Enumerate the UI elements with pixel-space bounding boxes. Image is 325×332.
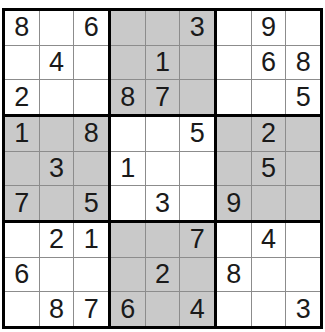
cell-r7c2[interactable]: 2: [40, 223, 74, 257]
cell-r8c6[interactable]: [180, 258, 214, 292]
cell-r2c5[interactable]: 1: [146, 46, 180, 80]
box-9: 483: [217, 223, 320, 326]
digit: 1: [155, 49, 170, 76]
digit: 3: [49, 155, 64, 182]
cell-r7c3[interactable]: 1: [74, 223, 108, 257]
cell-r5c7[interactable]: [217, 152, 251, 186]
cell-r6c7[interactable]: 9: [217, 186, 251, 220]
cell-r1c1[interactable]: 8: [5, 11, 39, 45]
cell-r3c1[interactable]: 2: [5, 80, 39, 114]
digit: 7: [84, 296, 99, 323]
cell-r1c5[interactable]: [146, 11, 180, 45]
cell-r4c4[interactable]: [111, 117, 145, 151]
cell-r1c8[interactable]: 9: [252, 11, 286, 45]
digit: 8: [49, 296, 64, 323]
box-2: 3187: [111, 11, 214, 114]
digit: 7: [155, 84, 170, 111]
cell-r4c9[interactable]: [286, 117, 320, 151]
digit: 8: [226, 261, 241, 288]
cell-r9c8[interactable]: [252, 292, 286, 326]
digit: 2: [155, 261, 170, 288]
digit: 6: [120, 296, 135, 323]
cell-r6c2[interactable]: [40, 186, 74, 220]
cell-r9c7[interactable]: [217, 292, 251, 326]
cell-r6c5[interactable]: 3: [146, 186, 180, 220]
cell-r8c2[interactable]: [40, 258, 74, 292]
digit: 1: [84, 226, 99, 253]
digit: 2: [14, 84, 29, 111]
digit: 2: [261, 120, 276, 147]
cell-r1c2[interactable]: [40, 11, 74, 45]
cell-r7c9[interactable]: [286, 223, 320, 257]
cell-r1c4[interactable]: [111, 11, 145, 45]
cell-r8c8[interactable]: [252, 258, 286, 292]
digit: 4: [261, 226, 276, 253]
cell-r9c2[interactable]: 8: [40, 292, 74, 326]
cell-r8c7[interactable]: 8: [217, 258, 251, 292]
cell-r4c5[interactable]: [146, 117, 180, 151]
digit: 4: [49, 49, 64, 76]
cell-r1c7[interactable]: [217, 11, 251, 45]
cell-r1c3[interactable]: 6: [74, 11, 108, 45]
digit: 7: [190, 226, 205, 253]
cell-r2c1[interactable]: [5, 46, 39, 80]
cell-r4c3[interactable]: 8: [74, 117, 108, 151]
digit: 3: [296, 296, 311, 323]
cell-r5c2[interactable]: 3: [40, 152, 74, 186]
cell-r6c4[interactable]: [111, 186, 145, 220]
digit: 5: [84, 190, 99, 217]
cell-r5c1[interactable]: [5, 152, 39, 186]
digit: 1: [14, 120, 29, 147]
cell-r6c1[interactable]: 7: [5, 186, 39, 220]
digit: 4: [190, 296, 205, 323]
cell-r4c2[interactable]: [40, 117, 74, 151]
box-4: 18375: [5, 117, 108, 220]
cell-r4c1[interactable]: 1: [5, 117, 39, 151]
box-6: 259: [217, 117, 320, 220]
cell-r8c4[interactable]: [111, 258, 145, 292]
digit: 8: [296, 49, 311, 76]
cell-r1c9[interactable]: [286, 11, 320, 45]
cell-r1c6[interactable]: 3: [180, 11, 214, 45]
digit: 6: [14, 261, 29, 288]
cell-r9c5[interactable]: [146, 292, 180, 326]
digit: 7: [14, 190, 29, 217]
digit: 8: [84, 120, 99, 147]
cell-r9c1[interactable]: [5, 292, 39, 326]
digit: 5: [261, 155, 276, 182]
cell-r3c7[interactable]: [217, 80, 251, 114]
digit: 6: [261, 49, 276, 76]
digit: 9: [261, 14, 276, 41]
cell-r8c1[interactable]: 6: [5, 258, 39, 292]
cell-r4c6[interactable]: 5: [180, 117, 214, 151]
cell-r3c6[interactable]: [180, 80, 214, 114]
cell-r4c7[interactable]: [217, 117, 251, 151]
digit: 5: [296, 84, 311, 111]
cell-r6c8[interactable]: [252, 186, 286, 220]
cell-r6c6[interactable]: [180, 186, 214, 220]
cell-r3c3[interactable]: [74, 80, 108, 114]
cell-r9c4[interactable]: 6: [111, 292, 145, 326]
cell-r9c9[interactable]: 3: [286, 292, 320, 326]
digit: 8: [120, 84, 135, 111]
cell-r2c2[interactable]: 4: [40, 46, 74, 80]
cell-r3c9[interactable]: 5: [286, 80, 320, 114]
cell-r3c4[interactable]: 8: [111, 80, 145, 114]
cell-r4c8[interactable]: 2: [252, 117, 286, 151]
cell-r3c5[interactable]: 7: [146, 80, 180, 114]
cell-r5c9[interactable]: [286, 152, 320, 186]
cell-r7c6[interactable]: 7: [180, 223, 214, 257]
cell-r3c2[interactable]: [40, 80, 74, 114]
cell-r5c6[interactable]: [180, 152, 214, 186]
cell-r3c8[interactable]: [252, 80, 286, 114]
cell-r6c3[interactable]: 5: [74, 186, 108, 220]
cell-r5c4[interactable]: 1: [111, 152, 145, 186]
cell-r7c5[interactable]: [146, 223, 180, 257]
digit: 8: [14, 14, 29, 41]
digit: 9: [226, 190, 241, 217]
box-1: 8642: [5, 11, 108, 114]
cell-r5c5[interactable]: [146, 152, 180, 186]
box-3: 9685: [217, 11, 320, 114]
cell-r7c1[interactable]: [5, 223, 39, 257]
cell-r8c3[interactable]: [74, 258, 108, 292]
cell-r2c3[interactable]: [74, 46, 108, 80]
cell-r2c9[interactable]: 8: [286, 46, 320, 80]
digit: 1: [120, 155, 135, 182]
cell-r9c3[interactable]: 7: [74, 292, 108, 326]
cell-r7c4[interactable]: [111, 223, 145, 257]
cell-r5c3[interactable]: [74, 152, 108, 186]
cell-r9c6[interactable]: 4: [180, 292, 214, 326]
cell-r5c8[interactable]: 5: [252, 152, 286, 186]
cell-r2c6[interactable]: [180, 46, 214, 80]
box-5: 513: [111, 117, 214, 220]
digit: 3: [155, 190, 170, 217]
sudoku-page: 86423187968518375513259216877264483: [0, 0, 325, 329]
digit: 5: [190, 120, 205, 147]
digit: 3: [190, 14, 205, 41]
cell-r2c8[interactable]: 6: [252, 46, 286, 80]
cell-r2c7[interactable]: [217, 46, 251, 80]
cell-r8c9[interactable]: [286, 258, 320, 292]
digit: 6: [84, 14, 99, 41]
cell-r6c9[interactable]: [286, 186, 320, 220]
cell-r2c4[interactable]: [111, 46, 145, 80]
box-7: 21687: [5, 223, 108, 326]
box-8: 7264: [111, 223, 214, 326]
cell-r7c8[interactable]: 4: [252, 223, 286, 257]
digit: 2: [49, 226, 64, 253]
cell-r7c7[interactable]: [217, 223, 251, 257]
cell-r8c5[interactable]: 2: [146, 258, 180, 292]
sudoku-board: 86423187968518375513259216877264483: [2, 8, 323, 329]
